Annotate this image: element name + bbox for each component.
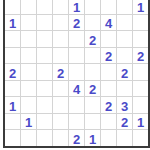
empty-cell-r6c1[interactable]: [5, 81, 20, 97]
empty-cell-r7c5[interactable]: [69, 97, 84, 113]
empty-cell-r4c8[interactable]: [117, 48, 132, 64]
empty-cell-r8c1[interactable]: [5, 114, 20, 130]
empty-cell-r7c6[interactable]: [85, 97, 100, 113]
clue-cell-r4c9: 2: [133, 48, 148, 64]
empty-cell-r8c7[interactable]: [101, 114, 116, 130]
empty-cell-r1c3[interactable]: [37, 0, 52, 14]
clue-cell-r7c7: 2: [101, 97, 116, 113]
minesweeper-board: 111242222224212312121: [3, 0, 150, 148]
clue-cell-r6c6: 2: [85, 81, 100, 97]
clue-cell-r5c4: 2: [53, 64, 68, 80]
clue-cell-r5c1: 2: [5, 64, 20, 80]
empty-cell-r9c1[interactable]: [5, 130, 20, 146]
clue-cell-r2c7: 4: [101, 15, 116, 31]
clue-cell-r1c5: 1: [69, 0, 84, 14]
empty-cell-r2c3[interactable]: [37, 15, 52, 31]
clue-cell-r6c5: 4: [69, 81, 84, 97]
empty-cell-r2c2[interactable]: [21, 15, 36, 31]
empty-cell-r3c2[interactable]: [21, 31, 36, 47]
empty-cell-r8c3[interactable]: [37, 114, 52, 130]
empty-cell-r3c3[interactable]: [37, 31, 52, 47]
empty-cell-r6c3[interactable]: [37, 81, 52, 97]
empty-cell-r2c8[interactable]: [117, 15, 132, 31]
clue-cell-r8c9: 1: [133, 114, 148, 130]
empty-cell-r8c4[interactable]: [53, 114, 68, 130]
clue-cell-r7c8: 3: [117, 97, 132, 113]
empty-cell-r7c3[interactable]: [37, 97, 52, 113]
empty-cell-r1c4[interactable]: [53, 0, 68, 14]
empty-cell-r8c6[interactable]: [85, 114, 100, 130]
empty-cell-r1c6[interactable]: [85, 0, 100, 14]
clue-cell-r9c6: 1: [85, 130, 100, 146]
empty-cell-r2c4[interactable]: [53, 15, 68, 31]
empty-cell-r5c9[interactable]: [133, 64, 148, 80]
empty-cell-r9c9[interactable]: [133, 130, 148, 146]
empty-cell-r4c3[interactable]: [37, 48, 52, 64]
empty-cell-r2c9[interactable]: [133, 15, 148, 31]
empty-cell-r6c2[interactable]: [21, 81, 36, 97]
empty-cell-r3c4[interactable]: [53, 31, 68, 47]
clue-cell-r3c6: 2: [85, 31, 100, 47]
empty-cell-r5c6[interactable]: [85, 64, 100, 80]
empty-cell-r3c1[interactable]: [5, 31, 20, 47]
empty-cell-r2c6[interactable]: [85, 15, 100, 31]
empty-cell-r6c8[interactable]: [117, 81, 132, 97]
empty-cell-r1c2[interactable]: [21, 0, 36, 14]
empty-cell-r5c5[interactable]: [69, 64, 84, 80]
empty-cell-r9c8[interactable]: [117, 130, 132, 146]
empty-cell-r3c5[interactable]: [69, 31, 84, 47]
clue-cell-r5c8: 2: [117, 64, 132, 80]
empty-cell-r1c7[interactable]: [101, 0, 116, 14]
empty-cell-r5c3[interactable]: [37, 64, 52, 80]
clue-cell-r8c2: 1: [21, 114, 36, 130]
empty-cell-r7c9[interactable]: [133, 97, 148, 113]
empty-cell-r3c9[interactable]: [133, 31, 148, 47]
empty-cell-r5c2[interactable]: [21, 64, 36, 80]
empty-cell-r4c5[interactable]: [69, 48, 84, 64]
empty-cell-r4c6[interactable]: [85, 48, 100, 64]
clue-cell-r9c5: 2: [69, 130, 84, 146]
empty-cell-r7c2[interactable]: [21, 97, 36, 113]
clue-cell-r7c1: 1: [5, 97, 20, 113]
empty-cell-r8c5[interactable]: [69, 114, 84, 130]
clue-cell-r4c7: 2: [101, 48, 116, 64]
empty-cell-r7c4[interactable]: [53, 97, 68, 113]
empty-cell-r4c2[interactable]: [21, 48, 36, 64]
clue-cell-r2c1: 1: [5, 15, 20, 31]
empty-cell-r1c8[interactable]: [117, 0, 132, 14]
empty-cell-r6c9[interactable]: [133, 81, 148, 97]
empty-cell-r3c7[interactable]: [101, 31, 116, 47]
clue-cell-r2c5: 2: [69, 15, 84, 31]
empty-cell-r6c4[interactable]: [53, 81, 68, 97]
empty-cell-r6c7[interactable]: [101, 81, 116, 97]
clue-cell-r1c9: 1: [133, 0, 148, 14]
empty-cell-r9c4[interactable]: [53, 130, 68, 146]
empty-cell-r4c1[interactable]: [5, 48, 20, 64]
empty-cell-r3c8[interactable]: [117, 31, 132, 47]
clue-cell-r8c8: 2: [117, 114, 132, 130]
empty-cell-r9c7[interactable]: [101, 130, 116, 146]
empty-cell-r9c2[interactable]: [21, 130, 36, 146]
empty-cell-r9c3[interactable]: [37, 130, 52, 146]
empty-cell-r4c4[interactable]: [53, 48, 68, 64]
empty-cell-r1c1[interactable]: [5, 0, 20, 14]
empty-cell-r5c7[interactable]: [101, 64, 116, 80]
